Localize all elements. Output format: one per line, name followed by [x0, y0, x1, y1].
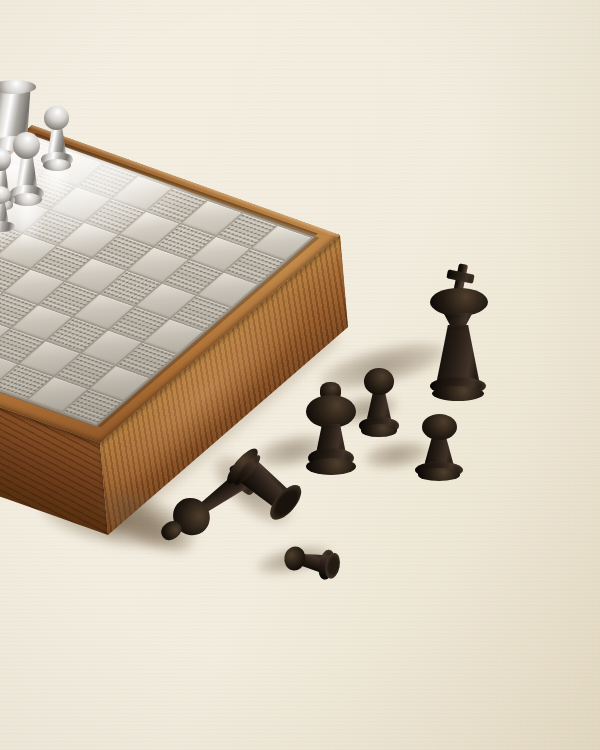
black-pawn-body — [281, 540, 344, 584]
black-pawn-fallen — [272, 530, 356, 594]
scene — [0, 0, 600, 750]
black-rook-fallen — [224, 442, 306, 536]
silver-piece — [0, 186, 16, 236]
black-pawn — [358, 368, 400, 438]
black-queen — [303, 382, 359, 482]
black-pawn — [414, 414, 464, 482]
black-king — [426, 264, 492, 404]
black-rook-body — [222, 444, 308, 527]
reflection-silver-pawn — [42, 168, 70, 202]
